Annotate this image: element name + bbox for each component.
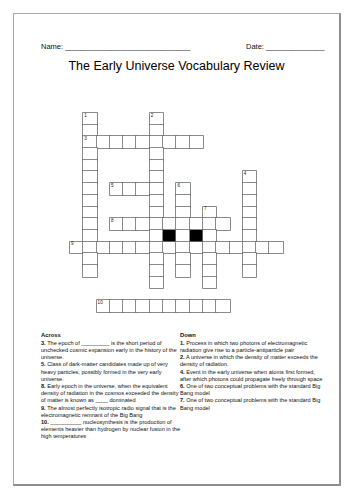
grid-cell[interactable] [150,242,163,254]
grid-cell[interactable] [150,160,163,172]
across-clues: Across 3. The epoch of _________ is the … [41,332,181,441]
grid-cell[interactable] [83,160,96,172]
grid-cell[interactable] [97,242,110,254]
grid-cell[interactable] [256,242,269,254]
clue-text: Class of dark-matter candidates made up … [41,361,168,381]
clue-number: 6 [177,183,180,188]
clue-number: 4 [244,171,247,176]
grid-cell[interactable] [269,242,282,254]
grid-cell[interactable]: 5 [110,183,123,195]
page-title: The Early Universe Vocabulary Review [14,59,339,73]
grid-cell[interactable] [150,265,163,277]
clue-text: The almost perfectly isotropic radio sig… [41,405,176,418]
grid-cell[interactable] [243,195,256,207]
grid-cell[interactable] [163,218,176,230]
grid-cell[interactable] [190,300,203,312]
clue-number-label: 2. [180,354,185,360]
grid-cell[interactable] [123,300,136,312]
grid-cell[interactable] [176,218,189,230]
clue: 2. A universe in which the density of ma… [180,354,327,368]
grid-cell[interactable] [110,136,123,148]
crossword-grid: 12345678910 [70,113,283,312]
grid-cell[interactable] [216,218,229,230]
grid-cell[interactable] [136,218,149,230]
clue-number-label: 9. [41,405,46,411]
grid-cell[interactable] [176,195,189,207]
grid-cell[interactable] [150,218,163,230]
grid-cell[interactable] [203,277,216,289]
name-field: Name: ______________________________ [41,42,190,51]
grid-cell[interactable] [150,253,163,265]
clue-text: The epoch of _________ is the short peri… [41,340,177,360]
grid-cell[interactable] [243,265,256,277]
clue-text: Process in which two photons of electrom… [180,340,307,353]
grid-cell[interactable] [150,171,163,183]
clue-number: 5 [111,183,114,188]
down-clues: Down 1. Process in which two photons of … [180,332,327,412]
clue-number: 2 [151,113,154,118]
clue-text: One of two conceptual problems with the … [180,397,320,410]
name-blank-line: ______________________________ [65,42,190,51]
clue-number: 9 [71,241,74,246]
grid-cell[interactable]: 10 [97,300,110,312]
grid-cell[interactable]: 4 [243,171,256,183]
grid-cell[interactable] [150,207,163,219]
clue: 6. One of two conceptual problems with t… [180,383,327,397]
black-cell [163,230,176,242]
clue: 9. The almost perfectly isotropic radio … [41,405,181,419]
clue-text: A universe in which the density of matte… [180,354,318,367]
clue: 8. Early epoch in the universe, when the… [41,383,181,405]
grid-cell[interactable] [163,136,176,148]
date-blank-line: ______________ [266,42,324,51]
grid-cell[interactable] [123,242,136,254]
grid-cell[interactable] [176,242,189,254]
clue-number: 3 [84,136,87,141]
grid-cell[interactable] [97,136,110,148]
clue: 4. Event in the early universe when atom… [180,369,327,383]
grid-cell[interactable]: 7 [203,207,216,219]
grid-cell[interactable]: 2 [150,113,163,125]
grid-cell[interactable] [110,300,123,312]
grid-cell[interactable] [136,136,149,148]
grid-cell[interactable] [150,195,163,207]
grid-cell[interactable] [190,242,203,254]
grid-cell[interactable]: 1 [83,113,96,125]
clue: 1. Process in which two photons of elect… [180,340,327,354]
grid-cell[interactable] [150,277,163,289]
grid-cell[interactable] [203,253,216,265]
clue-text: __________ nucleosynthesis is the produc… [41,419,180,439]
down-heading: Down [180,332,327,339]
grid-cell[interactable] [83,125,96,137]
clue: 10. __________ nucleosynthesis is the pr… [41,419,181,441]
grid-cell[interactable] [150,230,163,242]
black-cell [190,230,203,242]
grid-cell[interactable] [216,242,229,254]
grid-cell[interactable] [136,242,149,254]
clue: 3. The epoch of _________ is the short p… [41,340,181,362]
grid-cell[interactable] [123,218,136,230]
grid-cell[interactable] [176,230,189,242]
grid-cell[interactable] [83,195,96,207]
grid-cell[interactable] [243,230,256,242]
clue-number-label: 6. [180,383,185,389]
clue-number: 7 [204,206,207,211]
grid-cell[interactable] [203,218,216,230]
clue-text: Event in the early universe when atoms f… [180,369,322,382]
grid-cell[interactable] [136,183,149,195]
grid-cell[interactable] [176,300,189,312]
grid-cell[interactable] [150,300,163,312]
clue-number-label: 5. [41,361,46,367]
grid-cell[interactable] [83,230,96,242]
clue-text: One of two conceptual problems with the … [180,383,320,396]
grid-cell[interactable]: 3 [83,136,96,148]
grid-cell[interactable] [83,183,96,195]
clue-number: 8 [111,218,114,223]
grid-cell[interactable] [243,242,256,254]
clue-number: 10 [98,300,103,305]
clue-number: 1 [84,113,87,118]
clue-number-label: 10. [41,419,49,425]
worksheet-page: Name: ______________________________ Dat… [13,13,341,486]
clue-number-label: 1. [180,340,185,346]
clue-number-label: 7. [180,397,185,403]
grid-cell[interactable] [230,242,243,254]
grid-cell[interactable] [203,230,216,242]
grid-cell[interactable] [123,136,136,148]
grid-cell[interactable] [123,183,136,195]
date-field: Date: ______________ [246,42,324,51]
grid-cell[interactable] [176,265,189,277]
grid-cell[interactable] [243,183,256,195]
grid-cell[interactable] [83,207,96,219]
across-heading: Across [41,332,181,339]
grid-cell[interactable] [243,207,256,219]
grid-cell[interactable] [110,242,123,254]
clue-number-label: 8. [41,383,46,389]
grid-cell[interactable] [83,218,96,230]
name-label: Name: [41,42,63,51]
clue: 7. One of two conceptual problems with t… [180,397,327,411]
grid-cell[interactable] [83,148,96,160]
grid-cell[interactable] [216,300,229,312]
grid-cell[interactable] [243,218,256,230]
grid-cell[interactable] [83,265,96,277]
grid-cell[interactable] [176,207,189,219]
grid-cell[interactable] [150,136,163,148]
grid-cell[interactable] [83,253,96,265]
clue-text: Early epoch in the universe, when the eq… [41,383,178,403]
grid-cell[interactable]: 8 [110,218,123,230]
clue: 5. Class of dark-matter candidates made … [41,361,181,383]
grid-cell[interactable] [163,300,176,312]
date-label: Date: [246,42,264,51]
grid-cell[interactable] [203,265,216,277]
grid-cell[interactable] [176,253,189,265]
grid-cell[interactable]: 9 [70,242,83,254]
grid-cell[interactable]: 6 [176,183,189,195]
grid-cell[interactable] [243,253,256,265]
clue-number-label: 4. [180,369,185,375]
grid-cell[interactable] [190,136,203,148]
grid-cell[interactable] [176,136,189,148]
grid-cell[interactable] [203,242,216,254]
grid-cell[interactable] [136,300,149,312]
grid-cell[interactable] [83,242,96,254]
grid-cell[interactable] [203,300,216,312]
grid-cell[interactable] [83,171,96,183]
grid-cell[interactable] [150,183,163,195]
grid-cell[interactable] [150,148,163,160]
grid-cell[interactable] [190,218,203,230]
grid-cell[interactable] [150,125,163,137]
grid-cell[interactable] [163,242,176,254]
clue-number-label: 3. [41,340,46,346]
